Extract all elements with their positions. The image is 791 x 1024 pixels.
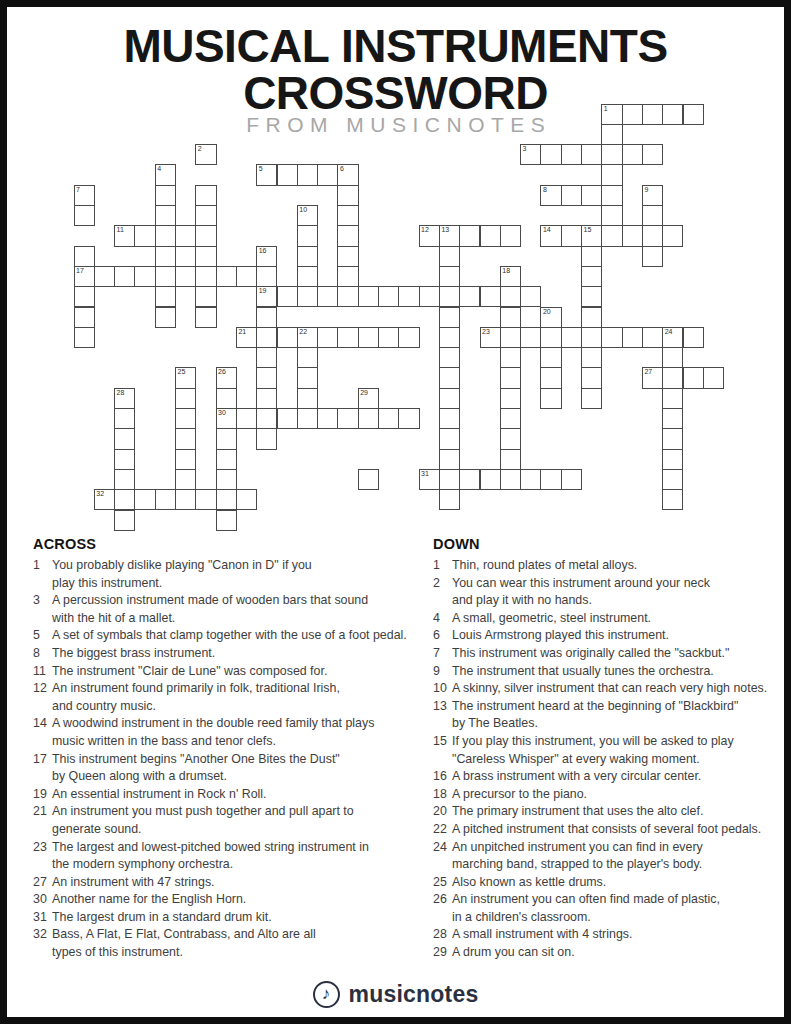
grid-cell[interactable] (297, 388, 318, 409)
clue-text: A small instrument with 4 strings. (452, 926, 785, 944)
grid-cell[interactable] (439, 428, 460, 449)
grid-cell[interactable] (561, 327, 582, 348)
grid-cell[interactable] (134, 489, 155, 510)
grid-cell[interactable] (337, 327, 358, 348)
grid-cell[interactable] (297, 266, 318, 287)
music-note-glyph: ♪ (322, 985, 331, 1002)
cell-number: 10 (299, 206, 307, 214)
clue-item: 27An instrument with 47 strings. (33, 874, 429, 892)
grid-cell[interactable] (175, 266, 196, 287)
grid-cell[interactable] (297, 408, 318, 429)
cell-number: 19 (259, 287, 267, 295)
clue-item: 15If you play this instrument, you will … (433, 733, 785, 768)
clue-text: The instrument that usually tunes the or… (452, 663, 785, 681)
grid-cell[interactable] (540, 144, 561, 165)
grid-cell[interactable]: 5 (256, 164, 277, 185)
grid-cell[interactable] (520, 286, 541, 307)
grid-cell[interactable] (337, 266, 358, 287)
grid-cell[interactable] (337, 286, 358, 307)
grid-cell[interactable]: 23 (480, 327, 501, 348)
grid-cell[interactable] (662, 104, 683, 125)
grid-cell[interactable] (500, 347, 521, 368)
grid-cell[interactable] (601, 225, 622, 246)
grid-cell[interactable] (581, 185, 602, 206)
grid-cell[interactable] (134, 225, 155, 246)
grid-cell[interactable]: 28 (114, 388, 135, 409)
clue-number: 32 (33, 926, 47, 944)
grid-cell[interactable] (581, 307, 602, 328)
cell-number: 22 (299, 328, 307, 336)
grid-cell[interactable] (175, 225, 196, 246)
clue-number: 5 (33, 627, 40, 645)
clue-number: 23 (33, 839, 47, 857)
grid-cell[interactable]: 13 (439, 225, 460, 246)
clue-text: Another name for the English Horn. (52, 891, 429, 909)
grid-cell[interactable]: 2 (195, 144, 216, 165)
grid-cell[interactable] (114, 489, 135, 510)
grid-cell[interactable] (601, 327, 622, 348)
grid-cell[interactable] (480, 225, 501, 246)
grid-cell[interactable] (195, 266, 216, 287)
clue-text: The biggest brass instrument. (52, 645, 429, 663)
cell-number: 6 (340, 165, 344, 173)
grid-cell[interactable]: 26 (216, 367, 237, 388)
grid-cell[interactable]: 17 (74, 266, 95, 287)
grid-cell[interactable] (439, 307, 460, 328)
grid-cell[interactable] (540, 469, 561, 490)
grid-cell[interactable] (500, 225, 521, 246)
grid-cell[interactable] (378, 408, 399, 429)
grid-cell[interactable] (155, 489, 176, 510)
grid-cell[interactable] (601, 144, 622, 165)
clue-number: 28 (433, 926, 447, 944)
grid-cell[interactable] (439, 388, 460, 409)
grid-cell[interactable] (277, 327, 298, 348)
clue-item: 19An essential instrument in Rock n' Rol… (33, 786, 429, 804)
grid-cell[interactable] (662, 469, 683, 490)
grid-cell[interactable]: 7 (74, 185, 95, 206)
clue-item: 1You probably dislike playing "Canon in … (33, 557, 429, 592)
grid-cell[interactable] (500, 449, 521, 470)
clue-text: A precursor to the piano. (452, 786, 785, 804)
clue-number: 11 (33, 663, 46, 681)
cell-number: 4 (157, 165, 161, 173)
grid-cell[interactable]: 3 (520, 144, 541, 165)
grid-cell[interactable] (500, 367, 521, 388)
grid-cell[interactable] (337, 225, 358, 246)
grid-cell[interactable] (642, 205, 663, 226)
grid-cell[interactable] (236, 266, 257, 287)
grid-cell[interactable] (500, 428, 521, 449)
grid-cell[interactable] (256, 367, 277, 388)
clue-number: 22 (433, 821, 447, 839)
clue-item: 21An instrument you must push together a… (33, 803, 429, 838)
grid-cell[interactable] (175, 449, 196, 470)
grid-cell[interactable]: 15 (581, 225, 602, 246)
grid-cell[interactable] (642, 225, 663, 246)
grid-cell[interactable] (439, 367, 460, 388)
grid-cell[interactable] (358, 327, 379, 348)
grid-cell[interactable] (622, 225, 643, 246)
grid-cell[interactable] (337, 205, 358, 226)
grid-cell[interactable] (195, 489, 216, 510)
grid-cell[interactable] (662, 347, 683, 368)
grid-cell[interactable] (581, 144, 602, 165)
grid-cell[interactable] (277, 164, 298, 185)
grid-cell[interactable] (297, 246, 318, 267)
grid-cell[interactable] (297, 164, 318, 185)
grid-cell[interactable] (662, 449, 683, 470)
grid-cell[interactable] (561, 469, 582, 490)
cell-number: 24 (665, 328, 673, 336)
clue-item: 22A pitched instrument that consists of … (433, 821, 785, 839)
grid-cell[interactable] (216, 510, 237, 531)
grid-cell[interactable] (297, 225, 318, 246)
grid-cell[interactable] (317, 164, 338, 185)
grid-cell[interactable] (601, 124, 622, 145)
grid-cell[interactable] (337, 246, 358, 267)
grid-cell[interactable] (297, 286, 318, 307)
grid-cell[interactable] (195, 307, 216, 328)
down-clue-list: 1Thin, round plates of metal alloys.2You… (433, 557, 785, 962)
grid-cell[interactable] (216, 388, 237, 409)
grid-cell[interactable] (317, 286, 338, 307)
clue-item: 1Thin, round plates of metal alloys. (433, 557, 785, 575)
grid-cell[interactable] (114, 428, 135, 449)
grid-cell[interactable] (622, 327, 643, 348)
cell-number: 8 (543, 186, 547, 194)
grid-cell[interactable] (134, 266, 155, 287)
cell-number: 1 (604, 105, 608, 113)
cell-number: 15 (584, 226, 592, 234)
clue-number: 25 (433, 874, 447, 892)
clue-number: 20 (433, 803, 447, 821)
clue-text: Thin, round plates of metal alloys. (452, 557, 785, 575)
grid-cell[interactable] (175, 428, 196, 449)
grid-cell[interactable] (114, 469, 135, 490)
grid-cell[interactable] (662, 489, 683, 510)
grid-cell[interactable] (155, 225, 176, 246)
grid-cell[interactable] (216, 428, 237, 449)
cell-number: 27 (644, 368, 652, 376)
grid-cell[interactable] (398, 408, 419, 429)
grid-cell[interactable]: 22 (297, 327, 318, 348)
grid-cell[interactable] (500, 469, 521, 490)
grid-cell[interactable] (561, 225, 582, 246)
grid-cell[interactable] (195, 225, 216, 246)
grid-cell[interactable] (277, 286, 298, 307)
grid-cell[interactable]: 9 (642, 185, 663, 206)
grid-cell[interactable] (500, 388, 521, 409)
grid-cell[interactable] (439, 489, 460, 510)
clue-item: 14A woodwind instrument in the double re… (33, 715, 429, 750)
clue-item: 4A small, geometric, steel instrument. (433, 610, 785, 628)
grid-cell[interactable] (277, 408, 298, 429)
grid-cell[interactable] (581, 388, 602, 409)
grid-cell[interactable] (561, 185, 582, 206)
grid-cell[interactable] (561, 144, 582, 165)
clue-text: Also known as kettle drums. (452, 874, 785, 892)
grid-cell[interactable] (419, 286, 440, 307)
clue-number: 30 (33, 891, 47, 909)
clue-text: An instrument you must push together and… (52, 803, 429, 838)
grid-cell[interactable] (581, 327, 602, 348)
grid-cell[interactable] (317, 327, 338, 348)
grid-cell[interactable] (439, 408, 460, 429)
clue-number: 13 (433, 698, 447, 716)
grid-cell[interactable] (459, 469, 480, 490)
clue-text: An instrument found primarily in folk, t… (52, 680, 429, 715)
cell-number: 13 (441, 226, 449, 234)
grid-cell[interactable] (317, 408, 338, 429)
grid-cell[interactable] (195, 246, 216, 267)
grid-cell[interactable] (662, 388, 683, 409)
grid-cell[interactable] (642, 327, 663, 348)
grid-cell[interactable] (581, 246, 602, 267)
grid-cell[interactable] (155, 205, 176, 226)
clue-text: The largest drum in a standard drum kit. (52, 909, 429, 927)
grid-cell[interactable] (581, 266, 602, 287)
clue-text: Louis Armstrong played this instrument. (452, 627, 785, 645)
grid-cell[interactable] (216, 469, 237, 490)
grid-cell[interactable] (642, 246, 663, 267)
grid-cell[interactable] (581, 347, 602, 368)
clue-item: 5A set of symbals that clamp together wi… (33, 627, 429, 645)
clue-number: 24 (433, 839, 447, 857)
grid-cell[interactable] (520, 327, 541, 348)
grid-cell[interactable] (581, 286, 602, 307)
grid-cell[interactable]: 6 (337, 164, 358, 185)
clue-item: 9The instrument that usually tunes the o… (433, 663, 785, 681)
grid-cell[interactable]: 27 (642, 367, 663, 388)
page-title-line1: MUSICAL INSTRUMENTS (7, 23, 784, 70)
clue-text: A woodwind instrument in the double reed… (52, 715, 429, 750)
cell-number: 31 (421, 470, 429, 478)
grid-cell[interactable] (398, 286, 419, 307)
page: MUSICAL INSTRUMENTS CROSSWORD FROM MUSIC… (0, 0, 791, 1024)
grid-cell[interactable] (216, 489, 237, 510)
grid-cell[interactable] (601, 164, 622, 185)
cell-number: 7 (76, 186, 80, 194)
clue-text: A percussion instrument made of wooden b… (52, 592, 429, 627)
grid-cell[interactable] (601, 185, 622, 206)
clue-item: 10A skinny, silver instrument that can r… (433, 680, 785, 698)
grid-cell[interactable] (581, 367, 602, 388)
grid-cell[interactable] (74, 307, 95, 328)
grid-cell[interactable] (439, 347, 460, 368)
logo-text: musicnotes (349, 981, 479, 1008)
grid-cell[interactable] (500, 286, 521, 307)
clue-number: 1 (33, 557, 40, 575)
cell-number: 26 (218, 368, 226, 376)
grid-cell[interactable] (94, 266, 115, 287)
clue-number: 2 (433, 575, 440, 593)
grid-cell[interactable] (358, 469, 379, 490)
grid-cell[interactable]: 20 (540, 307, 561, 328)
grid-cell[interactable] (358, 408, 379, 429)
grid-cell[interactable] (256, 307, 277, 328)
grid-cell[interactable] (155, 266, 176, 287)
grid-cell[interactable] (622, 144, 643, 165)
grid-cell[interactable] (155, 307, 176, 328)
grid-cell[interactable] (500, 307, 521, 328)
grid-cell[interactable] (74, 246, 95, 267)
grid-cell[interactable]: 11 (114, 225, 135, 246)
clue-number: 8 (33, 645, 40, 663)
grid-cell[interactable] (703, 367, 724, 388)
grid-cell[interactable] (439, 469, 460, 490)
clue-item: 24An unpitched instrument you can find i… (433, 839, 785, 874)
grid-cell[interactable] (114, 449, 135, 470)
clue-item: 25Also known as kettle drums. (433, 874, 785, 892)
grid-cell[interactable]: 4 (155, 164, 176, 185)
grid-cell[interactable] (480, 286, 501, 307)
grid-cell[interactable]: 14 (540, 225, 561, 246)
grid-cell[interactable] (256, 347, 277, 368)
clue-number: 9 (433, 663, 440, 681)
grid-cell[interactable] (74, 327, 95, 348)
grid-cell[interactable] (74, 286, 95, 307)
grid-cell[interactable] (358, 286, 379, 307)
clue-item: 26An instrument you can often find made … (433, 891, 785, 926)
grid-cell[interactable] (642, 144, 663, 165)
clue-number: 14 (33, 715, 47, 733)
grid-cell[interactable] (74, 205, 95, 226)
grid-cell[interactable]: 8 (540, 185, 561, 206)
grid-cell[interactable] (175, 408, 196, 429)
clue-item: 23The largest and lowest-pitched bowed s… (33, 839, 429, 874)
grid-cell[interactable]: 25 (175, 367, 196, 388)
grid-cell[interactable] (439, 286, 460, 307)
grid-cell[interactable] (256, 266, 277, 287)
clue-item: 16A brass instrument with a very circula… (433, 768, 785, 786)
grid-cell[interactable] (459, 225, 480, 246)
grid-cell[interactable] (256, 428, 277, 449)
grid-cell[interactable] (439, 246, 460, 267)
cell-number: 21 (238, 328, 246, 336)
grid-cell[interactable] (683, 367, 704, 388)
grid-cell[interactable] (256, 327, 277, 348)
grid-cell[interactable] (439, 266, 460, 287)
grid-cell[interactable] (114, 408, 135, 429)
grid-cell[interactable] (195, 185, 216, 206)
grid-cell[interactable] (195, 286, 216, 307)
cell-number: 25 (178, 368, 186, 376)
cell-number: 2 (198, 145, 202, 153)
grid-cell[interactable]: 32 (94, 489, 115, 510)
grid-cell[interactable] (540, 367, 561, 388)
clue-number: 18 (433, 786, 447, 804)
clue-item: 12An instrument found primarily in folk,… (33, 680, 429, 715)
grid-cell[interactable] (520, 469, 541, 490)
clue-text: You can wear this instrument around your… (452, 575, 785, 610)
grid-cell[interactable] (155, 246, 176, 267)
clue-number: 27 (33, 874, 47, 892)
grid-cell[interactable] (601, 205, 622, 226)
grid-cell[interactable] (662, 408, 683, 429)
grid-cell[interactable] (236, 489, 257, 510)
grid-cell[interactable] (297, 367, 318, 388)
grid-cell[interactable] (256, 388, 277, 409)
down-header: DOWN (433, 537, 785, 551)
clue-number: 12 (33, 680, 47, 698)
grid-cell[interactable] (155, 185, 176, 206)
grid-cell[interactable] (662, 367, 683, 388)
grid-cell[interactable]: 21 (236, 327, 257, 348)
clue-number: 3 (33, 592, 40, 610)
grid-cell[interactable]: 1 (601, 104, 622, 125)
grid-cell[interactable] (662, 225, 683, 246)
grid-cell[interactable] (439, 327, 460, 348)
grid-cell[interactable] (155, 286, 176, 307)
grid-cell[interactable] (683, 327, 704, 348)
grid-cell[interactable]: 29 (358, 388, 379, 409)
grid-cell[interactable] (297, 347, 318, 368)
grid-cell[interactable] (540, 327, 561, 348)
clue-text: The largest and lowest-pitched bowed str… (52, 839, 429, 874)
clue-number: 7 (433, 645, 440, 663)
grid-cell[interactable] (114, 266, 135, 287)
grid-cell[interactable] (216, 449, 237, 470)
grid-cell[interactable]: 12 (419, 225, 440, 246)
grid-cell[interactable] (459, 286, 480, 307)
grid-cell[interactable]: 16 (256, 246, 277, 267)
grid-cell[interactable] (398, 327, 419, 348)
grid-cell[interactable]: 10 (297, 205, 318, 226)
clue-item: 30Another name for the English Horn. (33, 891, 429, 909)
cell-number: 29 (360, 389, 368, 397)
grid-cell[interactable] (642, 104, 663, 125)
grid-cell[interactable] (175, 388, 196, 409)
grid-cell[interactable] (378, 286, 399, 307)
grid-cell[interactable] (216, 266, 237, 287)
grid-cell[interactable] (114, 510, 135, 531)
grid-cell[interactable] (500, 408, 521, 429)
grid-cell[interactable] (236, 408, 257, 429)
grid-cell[interactable] (256, 408, 277, 429)
clue-text: A skinny, silver instrument that can rea… (452, 680, 785, 698)
clue-number: 15 (433, 733, 447, 751)
clue-text: A set of symbals that clamp together wit… (52, 627, 429, 645)
grid-cell[interactable]: 30 (216, 408, 237, 429)
clue-text: If you play this instrument, you will be… (452, 733, 785, 768)
grid-cell[interactable] (662, 428, 683, 449)
grid-cell[interactable] (337, 408, 358, 429)
grid-cell[interactable] (480, 469, 501, 490)
grid-cell[interactable] (500, 327, 521, 348)
grid-cell[interactable]: 19 (256, 286, 277, 307)
grid-cell[interactable]: 31 (419, 469, 440, 490)
grid-cell[interactable] (337, 185, 358, 206)
grid-cell[interactable] (622, 104, 643, 125)
clue-item: 17This instrument begins "Another One Bi… (33, 751, 429, 786)
clue-number: 31 (33, 909, 47, 927)
grid-cell[interactable] (540, 388, 561, 409)
grid-cell[interactable] (439, 449, 460, 470)
clue-text: An unpitched instrument you can find in … (452, 839, 785, 874)
grid-cell[interactable] (378, 327, 399, 348)
grid-cell[interactable] (540, 347, 561, 368)
grid-cell[interactable]: 18 (500, 266, 521, 287)
grid-cell[interactable] (175, 469, 196, 490)
clue-number: 26 (433, 891, 447, 909)
grid-cell[interactable] (195, 205, 216, 226)
grid-cell[interactable] (175, 489, 196, 510)
cell-number: 11 (117, 226, 124, 234)
grid-cell[interactable] (683, 104, 704, 125)
grid-cell[interactable]: 24 (662, 327, 683, 348)
across-header: ACROSS (33, 537, 429, 551)
